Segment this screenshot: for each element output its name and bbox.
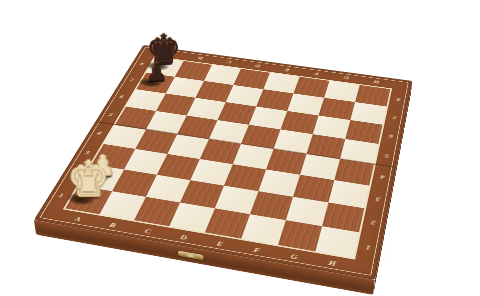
rook-glyph: ♜ (73, 167, 103, 201)
brass-latch-icon (178, 251, 204, 261)
latch-pin (187, 253, 195, 258)
chess-board: AA11BB22CC33DD44EE55FF66GG77HH88 ♜♞♝♛♚♝♞… (34, 45, 412, 280)
pawn-glyph: ♟ (146, 60, 167, 84)
board-scene: AA11BB22CC33DD44EE55FF66GG77HH88 ♜♞♝♛♚♝♞… (0, 0, 480, 296)
chess-set-photo: AA11BB22CC33DD44EE55FF66GG77HH88 ♜♞♝♛♚♝♞… (0, 0, 480, 296)
